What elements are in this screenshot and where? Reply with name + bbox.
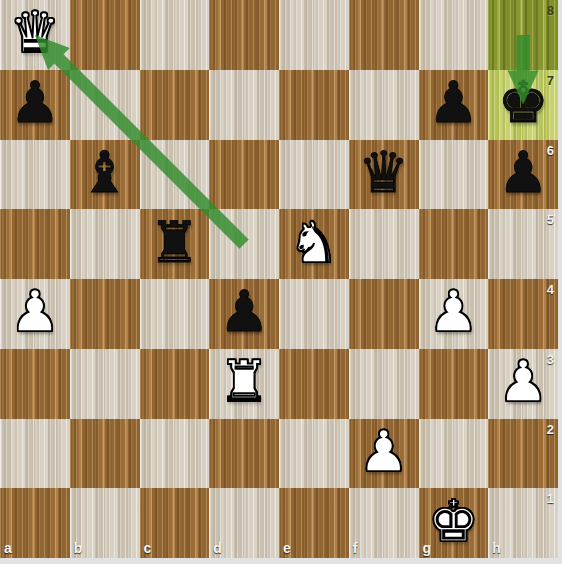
square-d6[interactable] — [209, 140, 279, 210]
piece-black-pawn[interactable]: ♟ — [498, 144, 549, 201]
square-c5[interactable]: ♜ — [140, 209, 210, 279]
square-e2[interactable] — [279, 419, 349, 489]
square-g8[interactable] — [419, 0, 489, 70]
square-b3[interactable] — [70, 349, 140, 419]
square-f1[interactable]: f — [349, 488, 419, 558]
piece-white-rook[interactable]: ♜ — [219, 353, 270, 410]
chess-board[interactable]: ♛8♟♟7♚♝♛6♟♜♞5♟♟♟4♜3♟♟2abcdefg♚1h — [0, 0, 558, 558]
square-c2[interactable] — [140, 419, 210, 489]
piece-white-queen[interactable]: ♛ — [9, 4, 60, 61]
square-h5[interactable]: 5 — [488, 209, 558, 279]
piece-black-bishop[interactable]: ♝ — [79, 144, 130, 201]
file-label-d: d — [213, 540, 222, 556]
square-c7[interactable] — [140, 70, 210, 140]
file-label-e: e — [283, 540, 291, 556]
square-c4[interactable] — [140, 279, 210, 349]
rank-label-2: 2 — [547, 422, 554, 437]
square-d5[interactable] — [209, 209, 279, 279]
file-label-h: h — [492, 540, 501, 556]
square-c1[interactable]: c — [140, 488, 210, 558]
square-c8[interactable] — [140, 0, 210, 70]
square-a3[interactable] — [0, 349, 70, 419]
file-label-b: b — [74, 540, 83, 556]
square-a2[interactable] — [0, 419, 70, 489]
square-g4[interactable]: ♟ — [419, 279, 489, 349]
chess-app-stage: ♛8♟♟7♚♝♛6♟♜♞5♟♟♟4♜3♟♟2abcdefg♚1h — [0, 0, 562, 564]
square-c3[interactable] — [140, 349, 210, 419]
square-b5[interactable] — [70, 209, 140, 279]
piece-white-pawn[interactable]: ♟ — [428, 283, 479, 340]
square-f8[interactable] — [349, 0, 419, 70]
square-e6[interactable] — [279, 140, 349, 210]
square-b1[interactable]: b — [70, 488, 140, 558]
square-h6[interactable]: 6♟ — [488, 140, 558, 210]
square-b7[interactable] — [70, 70, 140, 140]
square-g3[interactable] — [419, 349, 489, 419]
piece-black-pawn[interactable]: ♟ — [219, 283, 270, 340]
square-c6[interactable] — [140, 140, 210, 210]
piece-black-rook[interactable]: ♜ — [149, 214, 200, 271]
square-b8[interactable] — [70, 0, 140, 70]
square-d7[interactable] — [209, 70, 279, 140]
square-a8[interactable]: ♛ — [0, 0, 70, 70]
piece-black-king[interactable]: ♚ — [498, 74, 549, 131]
square-e4[interactable] — [279, 279, 349, 349]
square-e1[interactable]: e — [279, 488, 349, 558]
square-d8[interactable] — [209, 0, 279, 70]
square-h8[interactable]: 8 — [488, 0, 558, 70]
square-f3[interactable] — [349, 349, 419, 419]
square-g2[interactable] — [419, 419, 489, 489]
file-label-c: c — [144, 540, 152, 556]
square-d3[interactable]: ♜ — [209, 349, 279, 419]
square-e3[interactable] — [279, 349, 349, 419]
square-f4[interactable] — [349, 279, 419, 349]
piece-black-queen[interactable]: ♛ — [358, 144, 409, 201]
square-b2[interactable] — [70, 419, 140, 489]
piece-white-pawn[interactable]: ♟ — [358, 423, 409, 480]
square-g7[interactable]: ♟ — [419, 70, 489, 140]
rank-label-5: 5 — [547, 212, 554, 227]
square-h7[interactable]: 7♚ — [488, 70, 558, 140]
file-label-a: a — [4, 540, 12, 556]
square-a4[interactable]: ♟ — [0, 279, 70, 349]
square-a1[interactable]: a — [0, 488, 70, 558]
square-f5[interactable] — [349, 209, 419, 279]
piece-white-pawn[interactable]: ♟ — [498, 353, 549, 410]
square-h3[interactable]: 3♟ — [488, 349, 558, 419]
square-a6[interactable] — [0, 140, 70, 210]
rank-label-4: 4 — [547, 282, 554, 297]
square-e7[interactable] — [279, 70, 349, 140]
square-e5[interactable]: ♞ — [279, 209, 349, 279]
piece-black-pawn[interactable]: ♟ — [9, 74, 60, 131]
rank-label-8: 8 — [547, 3, 554, 18]
square-b4[interactable] — [70, 279, 140, 349]
rank-label-1: 1 — [547, 491, 554, 506]
piece-white-pawn[interactable]: ♟ — [9, 283, 60, 340]
piece-white-king[interactable]: ♚ — [428, 493, 479, 550]
square-e8[interactable] — [279, 0, 349, 70]
square-d1[interactable]: d — [209, 488, 279, 558]
piece-black-pawn[interactable]: ♟ — [428, 74, 479, 131]
square-b6[interactable]: ♝ — [70, 140, 140, 210]
square-d2[interactable] — [209, 419, 279, 489]
square-f2[interactable]: ♟ — [349, 419, 419, 489]
square-g6[interactable] — [419, 140, 489, 210]
square-h4[interactable]: 4 — [488, 279, 558, 349]
square-a5[interactable] — [0, 209, 70, 279]
square-d4[interactable]: ♟ — [209, 279, 279, 349]
file-label-f: f — [353, 540, 358, 556]
square-g5[interactable] — [419, 209, 489, 279]
piece-white-knight[interactable]: ♞ — [288, 214, 339, 271]
square-f6[interactable]: ♛ — [349, 140, 419, 210]
square-a7[interactable]: ♟ — [0, 70, 70, 140]
square-h1[interactable]: 1h — [488, 488, 558, 558]
square-f7[interactable] — [349, 70, 419, 140]
square-g1[interactable]: g♚ — [419, 488, 489, 558]
square-h2[interactable]: 2 — [488, 419, 558, 489]
